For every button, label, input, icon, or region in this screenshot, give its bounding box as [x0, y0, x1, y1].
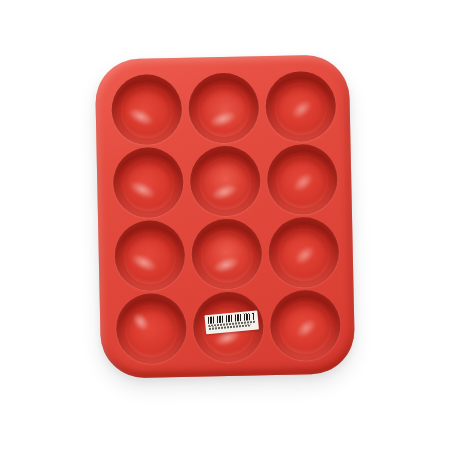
muffin-cup [188, 72, 259, 143]
cup-grid [95, 54, 356, 378]
muffin-cup [193, 291, 264, 362]
muffin-cup [111, 74, 182, 145]
muffin-tray [95, 54, 356, 378]
barcode-sticker [204, 311, 259, 335]
muffin-cup [116, 293, 187, 364]
muffin-cup [114, 220, 185, 291]
muffin-cup [267, 144, 338, 215]
muffin-cup [265, 71, 336, 142]
photo-canvas [0, 0, 457, 457]
muffin-cup [268, 217, 339, 288]
muffin-cup [190, 145, 261, 216]
muffin-cup [270, 290, 341, 361]
muffin-cup [191, 218, 262, 289]
muffin-cup [113, 147, 184, 218]
